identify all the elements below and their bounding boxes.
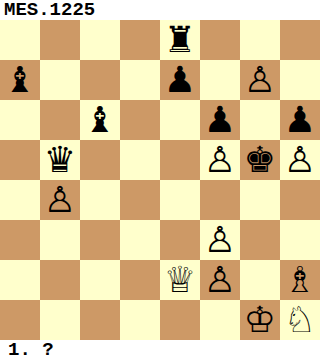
white-bishop-icon: ♗ xyxy=(284,260,316,300)
black-queen-icon: ♛ xyxy=(44,140,76,180)
chess-board: ♜♝♟♙♝♟♟♛♙♚♙♙♙♕♙♗♔♘ xyxy=(0,20,320,340)
square-a7[interactable]: ♝ xyxy=(0,60,40,100)
square-d2[interactable] xyxy=(120,260,160,300)
square-c1[interactable] xyxy=(80,300,120,340)
square-a8[interactable] xyxy=(0,20,40,60)
square-d1[interactable] xyxy=(120,300,160,340)
square-a3[interactable] xyxy=(0,220,40,260)
square-c4[interactable] xyxy=(80,180,120,220)
square-h6[interactable]: ♟ xyxy=(280,100,320,140)
square-e6[interactable] xyxy=(160,100,200,140)
square-a4[interactable] xyxy=(0,180,40,220)
square-g2[interactable] xyxy=(240,260,280,300)
white-knight-icon: ♘ xyxy=(284,300,316,340)
black-king-icon: ♚ xyxy=(244,140,276,180)
square-c7[interactable] xyxy=(80,60,120,100)
square-h5[interactable]: ♙ xyxy=(280,140,320,180)
square-g7[interactable]: ♙ xyxy=(240,60,280,100)
square-h4[interactable] xyxy=(280,180,320,220)
square-f8[interactable] xyxy=(200,20,240,60)
black-pawn-icon: ♟ xyxy=(164,60,196,100)
square-c5[interactable] xyxy=(80,140,120,180)
square-f5[interactable]: ♙ xyxy=(200,140,240,180)
square-e3[interactable] xyxy=(160,220,200,260)
square-e7[interactable]: ♟ xyxy=(160,60,200,100)
square-f6[interactable]: ♟ xyxy=(200,100,240,140)
puzzle-id-label: MES.1225 xyxy=(0,0,320,20)
black-bishop-icon: ♝ xyxy=(4,60,36,100)
square-c3[interactable] xyxy=(80,220,120,260)
square-f2[interactable]: ♙ xyxy=(200,260,240,300)
square-b5[interactable]: ♛ xyxy=(40,140,80,180)
square-f3[interactable]: ♙ xyxy=(200,220,240,260)
square-d8[interactable] xyxy=(120,20,160,60)
black-pawn-icon: ♟ xyxy=(284,100,316,140)
square-c2[interactable] xyxy=(80,260,120,300)
square-d4[interactable] xyxy=(120,180,160,220)
square-b8[interactable] xyxy=(40,20,80,60)
white-pawn-icon: ♙ xyxy=(284,140,316,180)
square-c8[interactable] xyxy=(80,20,120,60)
square-d5[interactable] xyxy=(120,140,160,180)
square-b7[interactable] xyxy=(40,60,80,100)
white-pawn-icon: ♙ xyxy=(204,140,236,180)
square-d6[interactable] xyxy=(120,100,160,140)
square-d3[interactable] xyxy=(120,220,160,260)
white-king-icon: ♔ xyxy=(244,300,276,340)
square-h1[interactable]: ♘ xyxy=(280,300,320,340)
square-g5[interactable]: ♚ xyxy=(240,140,280,180)
square-b4[interactable]: ♙ xyxy=(40,180,80,220)
square-b2[interactable] xyxy=(40,260,80,300)
square-e2[interactable]: ♕ xyxy=(160,260,200,300)
white-pawn-icon: ♙ xyxy=(44,180,76,220)
square-f7[interactable] xyxy=(200,60,240,100)
square-g6[interactable] xyxy=(240,100,280,140)
square-e8[interactable]: ♜ xyxy=(160,20,200,60)
square-e4[interactable] xyxy=(160,180,200,220)
square-a6[interactable] xyxy=(0,100,40,140)
white-pawn-icon: ♙ xyxy=(204,220,236,260)
square-h8[interactable] xyxy=(280,20,320,60)
square-f1[interactable] xyxy=(200,300,240,340)
black-bishop-icon: ♝ xyxy=(84,100,116,140)
square-g8[interactable] xyxy=(240,20,280,60)
move-prompt: 1. ? xyxy=(0,340,320,360)
square-h7[interactable] xyxy=(280,60,320,100)
square-b1[interactable] xyxy=(40,300,80,340)
square-f4[interactable] xyxy=(200,180,240,220)
square-h2[interactable]: ♗ xyxy=(280,260,320,300)
square-b3[interactable] xyxy=(40,220,80,260)
square-a2[interactable] xyxy=(0,260,40,300)
square-b6[interactable] xyxy=(40,100,80,140)
black-rook-icon: ♜ xyxy=(164,20,196,60)
square-a1[interactable] xyxy=(0,300,40,340)
square-e1[interactable] xyxy=(160,300,200,340)
square-g1[interactable]: ♔ xyxy=(240,300,280,340)
white-pawn-icon: ♙ xyxy=(244,60,276,100)
square-a5[interactable] xyxy=(0,140,40,180)
square-c6[interactable]: ♝ xyxy=(80,100,120,140)
white-pawn-icon: ♙ xyxy=(204,260,236,300)
black-pawn-icon: ♟ xyxy=(204,100,236,140)
square-e5[interactable] xyxy=(160,140,200,180)
square-h3[interactable] xyxy=(280,220,320,260)
square-g4[interactable] xyxy=(240,180,280,220)
square-d7[interactable] xyxy=(120,60,160,100)
square-g3[interactable] xyxy=(240,220,280,260)
white-queen-icon: ♕ xyxy=(164,260,196,300)
